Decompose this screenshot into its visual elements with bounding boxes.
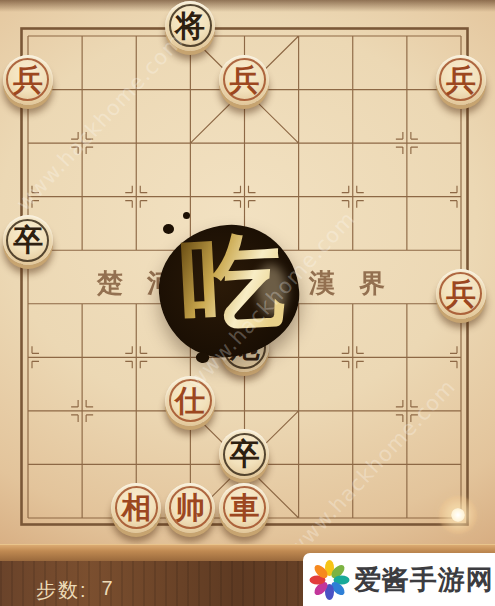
piece-character: 相 <box>111 483 161 533</box>
piece-red-soldier[interactable]: 兵 <box>3 55 53 105</box>
piece-character: 兵 <box>436 55 486 105</box>
step-counter: 步数: 7 <box>36 577 113 604</box>
glow-orb-effect <box>451 508 465 522</box>
ink-dot <box>183 212 190 219</box>
step-counter-label: 步数: <box>36 577 88 604</box>
ink-dot <box>163 224 174 234</box>
piece-character: 兵 <box>436 269 486 319</box>
piece-black-soldier[interactable]: 卒 <box>3 215 53 265</box>
pinwheel-icon <box>309 560 349 600</box>
step-counter-value: 7 <box>102 577 113 604</box>
piece-black-soldier[interactable]: 卒 <box>219 429 269 479</box>
piece-red-chariot[interactable]: 車 <box>219 483 269 533</box>
piece-red-soldier[interactable]: 兵 <box>436 55 486 105</box>
piece-character: 帅 <box>165 483 215 533</box>
site-logo: 爱酱手游网 <box>303 553 495 606</box>
piece-red-soldier[interactable]: 兵 <box>436 269 486 319</box>
piece-red-soldier[interactable]: 兵 <box>219 55 269 105</box>
piece-red-general[interactable]: 帅 <box>165 483 215 533</box>
piece-character: 卒 <box>219 429 269 479</box>
piece-red-elephant[interactable]: 相 <box>111 483 161 533</box>
piece-character: 車 <box>219 483 269 533</box>
piece-character: 兵 <box>3 55 53 105</box>
piece-character: 兵 <box>219 55 269 105</box>
piece-character: 卒 <box>3 215 53 265</box>
xiangqi-game-screen: 楚河 漢界 将兵兵兵卒兵炮仕卒相帅車 吃 www.hackhome.com ww… <box>0 0 495 606</box>
site-logo-text: 爱酱手游网 <box>354 562 494 598</box>
